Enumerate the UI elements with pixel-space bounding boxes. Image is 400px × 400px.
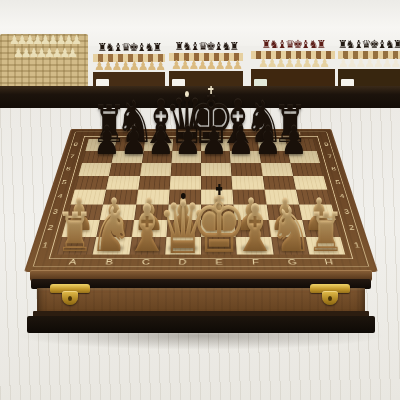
- piece-black-pawn-f7[interactable]: ♟: [227, 121, 254, 160]
- piece-black-pawn-c7[interactable]: ♟: [147, 121, 174, 160]
- piece-white-rook-a1[interactable]: ♜: [56, 206, 94, 260]
- piece-black-pawn-g7[interactable]: ♟: [254, 121, 281, 160]
- piece-black-pawn-h7[interactable]: ♟: [280, 121, 307, 160]
- piece-black-pawn-e7[interactable]: ♟: [200, 121, 227, 160]
- pieces-layer: ♜♞♝♛♚♝♞♜♟♟♟♟♟♟♟♟♟♟♟♟♟♟♟♟♜♞♝♛♚♝♞♜: [0, 0, 400, 400]
- queen-finial: [181, 193, 186, 199]
- piece-black-pawn-a7[interactable]: ♟: [93, 121, 120, 160]
- piece-black-pawn-d7[interactable]: ♟: [174, 121, 201, 160]
- king-finial: [216, 184, 222, 195]
- piece-black-pawn-b7[interactable]: ♟: [120, 121, 147, 160]
- king-finial: [208, 86, 213, 94]
- piece-white-rook-h1[interactable]: ♜: [307, 206, 345, 260]
- chess-product-photo: ♟♟♟♟♟♟♟♟♟♟♟♟♟♟♟♟♟♜♞♝♛♚♝♞♜♟♟♟♟♟♟♟♟♜♞♝♛♚♝♞…: [0, 0, 400, 400]
